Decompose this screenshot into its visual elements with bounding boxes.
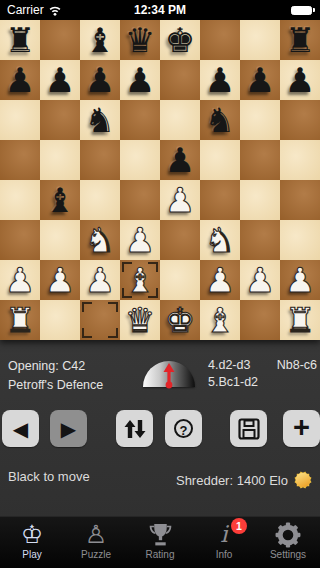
square-g3[interactable] [240,220,280,260]
square-g2[interactable]: ♟ [240,260,280,300]
square-b2[interactable]: ♟ [40,260,80,300]
square-c6[interactable]: ♞ [80,100,120,140]
notification-badge: 1 [231,518,247,534]
piece-black-bishop: ♝ [40,180,80,220]
move-black: Nb8-c6 [277,357,317,374]
piece-black-pawn: ♟ [200,60,240,100]
piece-white-king: ♚ [160,300,200,340]
square-f2[interactable]: ♟ [200,260,240,300]
piece-black-knight: ♞ [200,100,240,140]
piece-black-pawn: ♟ [160,140,200,180]
square-b1[interactable] [40,300,80,340]
move-white: 4.d2-d3 [208,357,250,374]
piece-white-rook: ♜ [280,300,320,340]
square-h6[interactable] [280,100,320,140]
square-e8[interactable]: ♚ [160,20,200,60]
square-e6[interactable] [160,100,200,140]
square-d5[interactable] [120,140,160,180]
piece-black-pawn: ♟ [80,60,120,100]
piece-white-pawn: ♟ [120,220,160,260]
piece-white-bishop: ♝ [200,300,240,340]
square-f7[interactable]: ♟ [200,60,240,100]
opening-code: Opening: C42 [8,357,140,376]
info-icon: i [220,521,227,548]
gear-icon [275,521,301,548]
square-g5[interactable] [240,140,280,180]
square-c8[interactable]: ♝ [80,20,120,60]
square-h4[interactable] [280,180,320,220]
square-b4[interactable]: ♝ [40,180,80,220]
square-d7[interactable]: ♟ [120,60,160,100]
tab-rating[interactable]: Rating [128,517,192,568]
piece-black-knight: ♞ [80,100,120,140]
gauge-needle-icon [143,361,195,389]
square-f5[interactable] [200,140,240,180]
square-h5[interactable] [280,140,320,180]
back-button[interactable]: ◀ [2,410,39,447]
last-move-corner-marker [108,328,118,338]
square-a8[interactable]: ♜ [0,20,40,60]
piece-black-rook: ♜ [0,20,40,60]
square-d3[interactable]: ♟ [120,220,160,260]
back-arrow-icon: ◀ [13,419,28,439]
tab-settings-label: Settings [270,549,306,560]
opening-name: Petroff's Defence [8,376,140,395]
piece-black-pawn: ♟ [0,60,40,100]
tab-rating-label: Rating [146,549,175,560]
square-a2[interactable]: ♟ [0,260,40,300]
square-g6[interactable] [240,100,280,140]
piece-white-pawn: ♟ [80,260,120,300]
up-down-moves-button[interactable] [116,410,153,447]
square-b3[interactable] [40,220,80,260]
piece-white-pawn: ♟ [40,260,80,300]
piece-white-pawn: ♟ [0,260,40,300]
turn-indicator: Black to move [8,469,90,484]
forward-arrow-icon: ▶ [61,419,76,439]
square-c2[interactable]: ♟ [80,260,120,300]
square-c7[interactable]: ♟ [80,60,120,100]
piece-white-rook: ♜ [0,300,40,340]
chess-board: ♜♝♛♚♜♟♟♟♟♟♟♟♞♞♟♝♟♞♟♞♟♟♟♝♟♟♟♜♛♚♝♜ [0,20,320,340]
square-f4[interactable] [200,180,240,220]
toolbar: ◀ ▶ ? + [0,404,320,460]
square-d6[interactable] [120,100,160,140]
square-h8[interactable]: ♜ [280,20,320,60]
info-panel: Opening: C42 Petroff's Defence 4.d2-d3 N… [0,340,320,404]
square-a1[interactable]: ♜ [0,300,40,340]
square-d4[interactable] [120,180,160,220]
tab-settings[interactable]: Settings [256,517,320,568]
square-a6[interactable] [0,100,40,140]
tab-puzzle-label: Puzzle [81,549,111,560]
question-mark-icon: ? [174,419,193,438]
square-h3[interactable] [280,220,320,260]
piece-white-pawn: ♟ [200,260,240,300]
last-move-corner-marker [82,302,92,312]
move-next: 5.Bc1-d2 [208,375,258,389]
last-move-corner-marker [148,288,158,298]
square-d1[interactable]: ♛ [120,300,160,340]
save-button[interactable] [230,410,267,447]
last-move-corner-marker [148,262,158,272]
clock: 12:34 PM [0,3,320,17]
tab-info-label: Info [216,549,233,560]
piece-black-pawn: ♟ [120,60,160,100]
piece-white-queen: ♛ [120,300,160,340]
piece-white-knight: ♞ [80,220,120,260]
tab-puzzle[interactable]: ♙ Puzzle [64,517,128,568]
square-b5[interactable] [40,140,80,180]
piece-white-pawn: ♟ [160,180,200,220]
tab-play-label: Play [22,549,41,560]
last-move-corner-marker [108,302,118,312]
square-d2[interactable]: ♝ [120,260,160,300]
status-bar: Carrier 12:34 PM [0,0,320,20]
last-move-corner-marker [122,262,132,272]
square-g8[interactable] [240,20,280,60]
square-b8[interactable] [40,20,80,60]
floppy-disk-icon [238,418,260,440]
square-e2[interactable] [160,260,200,300]
square-a3[interactable] [0,220,40,260]
square-f1[interactable]: ♝ [200,300,240,340]
square-h2[interactable]: ♟ [280,260,320,300]
evaluation-gauge [143,361,195,387]
last-move-corner-marker [122,288,132,298]
forward-button[interactable]: ▶ [50,410,87,447]
square-e4[interactable]: ♟ [160,180,200,220]
square-c5[interactable] [80,140,120,180]
square-e7[interactable] [160,60,200,100]
square-g1[interactable] [240,300,280,340]
new-game-button[interactable]: + [283,410,320,447]
tab-play[interactable]: ♔ Play [0,517,64,568]
piece-black-pawn: ♟ [40,60,80,100]
square-g7[interactable]: ♟ [240,60,280,100]
piece-black-queen: ♛ [120,20,160,60]
square-e5[interactable]: ♟ [160,140,200,180]
status-row: Black to move Shredder: 1400 Elo [0,460,320,516]
square-e3[interactable] [160,220,200,260]
square-a5[interactable] [0,140,40,180]
square-d8[interactable]: ♛ [120,20,160,60]
square-g4[interactable] [240,180,280,220]
square-c4[interactable] [80,180,120,220]
piece-black-king: ♚ [160,20,200,60]
square-a7[interactable]: ♟ [0,60,40,100]
square-h1[interactable]: ♜ [280,300,320,340]
plus-icon: + [293,413,310,442]
last-move-corner-marker [82,328,92,338]
tab-info[interactable]: i 1 Info [192,517,256,568]
square-b6[interactable] [40,100,80,140]
square-b7[interactable]: ♟ [40,60,80,100]
up-down-arrows-icon [123,418,147,440]
move-list: 4.d2-d3 Nb8-c6 5.Bc1-d2 [198,357,320,404]
piece-black-rook: ♜ [280,20,320,60]
piece-black-pawn: ♟ [280,60,320,100]
trophy-icon [148,521,173,548]
tab-bar: ♔ Play ♙ Puzzle Rating [0,516,320,568]
white-king-icon: ♔ [21,521,43,548]
app-window: Carrier 12:34 PM ♜♝♛♚♜♟♟♟♟♟♟♟♞♞♟♝♟♞♟♞♟♟♟… [0,0,320,568]
square-h7[interactable]: ♟ [280,60,320,100]
square-c3[interactable]: ♞ [80,220,120,260]
white-pawn-icon: ♙ [85,521,107,548]
square-f3[interactable]: ♞ [200,220,240,260]
piece-white-pawn: ♟ [240,260,280,300]
square-e1[interactable]: ♚ [160,300,200,340]
square-f6[interactable]: ♞ [200,100,240,140]
square-c1[interactable] [80,300,120,340]
engine-strength-label: Shredder: 1400 Elo [176,473,288,488]
help-button[interactable]: ? [165,410,202,447]
piece-white-pawn: ♟ [280,260,320,300]
square-f8[interactable] [200,20,240,60]
piece-black-bishop: ♝ [80,20,120,60]
sun-icon [292,469,314,491]
piece-white-knight: ♞ [200,220,240,260]
piece-black-pawn: ♟ [240,60,280,100]
square-a4[interactable] [0,180,40,220]
